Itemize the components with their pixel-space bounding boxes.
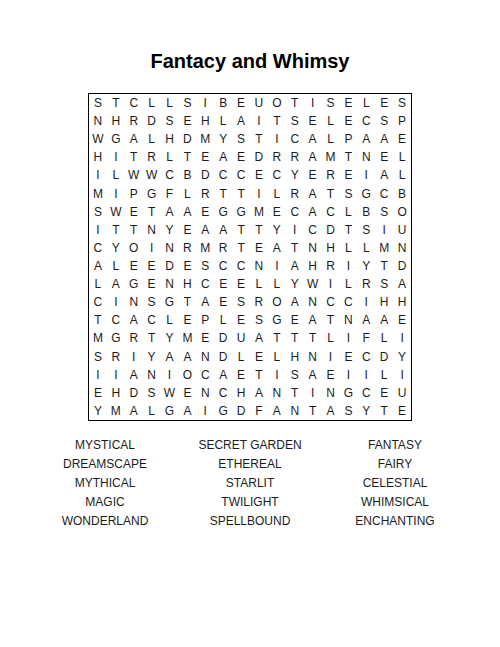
grid-cell-r11c17: S (375, 275, 393, 293)
grid-cell-r6c7: R (196, 185, 214, 203)
grid-cell-r11c8: E (214, 275, 232, 293)
grid-cell-r10c13: H (304, 257, 322, 275)
grid-cell-r10c6: E (178, 257, 196, 275)
grid-cell-r11c13: W (304, 275, 322, 293)
grid-cell-r1c14: S (322, 94, 340, 112)
grid-cell-r11c9: E (232, 275, 250, 293)
grid-cell-r13c5: L (161, 311, 179, 329)
grid-cell-r2c12: S (286, 112, 304, 130)
grid-cell-r7c4: T (143, 203, 161, 221)
grid-cell-r9c2: Y (107, 239, 125, 257)
grid-cell-r6c2: I (107, 185, 125, 203)
grid-cell-r10c8: C (214, 257, 232, 275)
grid-cell-r17c5: W (161, 384, 179, 402)
grid-cell-r18c13: T (304, 402, 322, 420)
grid-cell-r3c11: I (268, 130, 286, 148)
grid-cell-r18c15: S (339, 402, 357, 420)
grid-cell-r6c4: G (143, 185, 161, 203)
grid-cell-r14c6: M (178, 329, 196, 347)
grid-cell-r17c3: D (125, 384, 143, 402)
grid-cell-r10c14: R (322, 257, 340, 275)
grid-cell-r5c2: L (107, 166, 125, 184)
grid-cell-r7c15: L (339, 203, 357, 221)
grid-cell-r14c2: G (107, 329, 125, 347)
grid-cell-r11c18: A (393, 275, 411, 293)
grid-cell-r13c6: E (178, 311, 196, 329)
grid-cell-r1c1: S (89, 94, 107, 112)
grid-cell-r16c8: A (214, 366, 232, 384)
grid-cell-r5c3: W (125, 166, 143, 184)
grid-cell-r6c10: I (250, 185, 268, 203)
grid-cell-r11c15: L (339, 275, 357, 293)
grid-cell-r5c18: L (393, 166, 411, 184)
grid-cell-r4c12: R (286, 148, 304, 166)
grid-cell-r5c4: W (143, 166, 161, 184)
grid-cell-r11c16: R (357, 275, 375, 293)
grid-cell-r4c13: A (304, 148, 322, 166)
grid-cell-r5c6: B (178, 166, 196, 184)
grid-cell-r15c6: A (178, 348, 196, 366)
grid-cell-r12c10: R (250, 293, 268, 311)
grid-cell-r3c7: M (196, 130, 214, 148)
grid-cell-r10c1: A (89, 257, 107, 275)
grid-cell-r17c1: E (89, 384, 107, 402)
grid-cell-r9c18: N (393, 239, 411, 257)
grid-cell-r16c4: N (143, 366, 161, 384)
grid-cell-r10c9: C (232, 257, 250, 275)
grid-cell-r5c7: D (196, 166, 214, 184)
grid-cell-r7c18: O (393, 203, 411, 221)
grid-cell-r18c2: M (107, 402, 125, 420)
grid-cell-r6c12: R (286, 185, 304, 203)
grid-cell-r2c15: E (339, 112, 357, 130)
grid-cell-r13c8: L (214, 311, 232, 329)
grid-cell-r17c12: T (286, 384, 304, 402)
grid-cell-r7c2: W (107, 203, 125, 221)
grid-cell-r4c11: R (268, 148, 286, 166)
grid-cell-r6c1: M (89, 185, 107, 203)
grid-cell-r16c1: I (89, 366, 107, 384)
grid-cell-r13c17: A (375, 311, 393, 329)
grid-cell-r14c1: M (89, 329, 107, 347)
grid-cell-r17c18: U (393, 384, 411, 402)
grid-cell-r8c10: T (250, 221, 268, 239)
grid-cell-r3c4: L (143, 130, 161, 148)
grid-cell-r11c7: C (196, 275, 214, 293)
grid-cell-r10c4: E (143, 257, 161, 275)
grid-cell-r2c8: L (214, 112, 232, 130)
grid-cell-r1c12: T (286, 94, 304, 112)
grid-cell-r18c17: T (375, 402, 393, 420)
grid-cell-r7c6: A (178, 203, 196, 221)
grid-cell-r8c14: D (322, 221, 340, 239)
grid-cell-r2c14: L (322, 112, 340, 130)
grid-cell-r2c11: T (268, 112, 286, 130)
grid-cell-r2c5: S (161, 112, 179, 130)
grid-cell-r1c4: L (143, 94, 161, 112)
grid-cell-r12c11: O (268, 293, 286, 311)
grid-cell-r5c12: Y (286, 166, 304, 184)
grid-cell-r10c7: S (196, 257, 214, 275)
grid-cell-r18c9: D (232, 402, 250, 420)
grid-cell-r3c13: A (304, 130, 322, 148)
grid-cell-r14c17: L (375, 329, 393, 347)
grid-cell-r3c8: Y (214, 130, 232, 148)
grid-cell-r3c12: C (286, 130, 304, 148)
grid-cell-r3c3: A (125, 130, 143, 148)
grid-cell-r14c11: T (268, 329, 286, 347)
grid-cell-r12c12: A (286, 293, 304, 311)
grid-cell-r17c8: C (214, 384, 232, 402)
word-list-item: SPELLBOUND (170, 512, 330, 531)
grid-cell-r13c4: C (143, 311, 161, 329)
grid-cell-r3c1: W (89, 130, 107, 148)
grid-cell-r4c8: A (214, 148, 232, 166)
grid-cell-r13c2: C (107, 311, 125, 329)
grid-cell-r15c9: L (232, 348, 250, 366)
grid-cell-r6c5: F (161, 185, 179, 203)
word-list-item: ETHEREAL (170, 455, 330, 474)
grid-cell-r13c16: A (357, 311, 375, 329)
grid-cell-r9c9: T (232, 239, 250, 257)
grid-cell-r3c15: P (339, 130, 357, 148)
grid-cell-r3c6: D (178, 130, 196, 148)
grid-cell-r4c10: D (250, 148, 268, 166)
grid-cell-r18c3: A (125, 402, 143, 420)
grid-cell-r10c16: Y (357, 257, 375, 275)
grid-cell-r16c5: I (161, 366, 179, 384)
grid-cell-r12c14: C (322, 293, 340, 311)
grid-cell-r8c2: T (107, 221, 125, 239)
grid-cell-r5c15: E (339, 166, 357, 184)
grid-cell-r8c1: I (89, 221, 107, 239)
grid-cell-r5c11: C (268, 166, 286, 184)
grid-cell-r18c11: A (268, 402, 286, 420)
grid-cell-r4c18: L (393, 148, 411, 166)
grid-cell-r17c4: S (143, 384, 161, 402)
grid-cell-r11c1: L (89, 275, 107, 293)
grid-cell-r17c17: E (375, 384, 393, 402)
grid-cell-r12c13: N (304, 293, 322, 311)
grid-cell-r5c13: E (304, 166, 322, 184)
grid-cell-r3c2: G (107, 130, 125, 148)
grid-cell-r17c10: A (250, 384, 268, 402)
grid-cell-r6c15: S (339, 185, 357, 203)
grid-cell-r11c10: L (250, 275, 268, 293)
word-list-item: SECRET GARDEN (170, 436, 330, 455)
grid-cell-r6c6: L (178, 185, 196, 203)
grid-cell-r14c15: I (339, 329, 357, 347)
grid-cell-r5c5: C (161, 166, 179, 184)
grid-cell-r6c11: L (268, 185, 286, 203)
grid-cell-r1c9: E (232, 94, 250, 112)
grid-cell-r14c14: L (322, 329, 340, 347)
grid-cell-r13c13: A (304, 311, 322, 329)
puzzle-title: Fantacy and Whimsy (0, 50, 500, 73)
grid-cell-r13c9: E (232, 311, 250, 329)
grid-cell-r8c4: N (143, 221, 161, 239)
grid-cell-r17c14: N (322, 384, 340, 402)
grid-cell-r7c8: G (214, 203, 232, 221)
grid-cell-r8c3: T (125, 221, 143, 239)
grid-cell-r10c17: T (375, 257, 393, 275)
grid-cell-r18c18: E (393, 402, 411, 420)
grid-cell-r18c6: A (178, 402, 196, 420)
grid-cell-r14c3: R (125, 329, 143, 347)
grid-cell-r1c17: E (375, 94, 393, 112)
grid-cell-r12c16: I (357, 293, 375, 311)
grid-cell-r4c4: R (143, 148, 161, 166)
grid-cell-r16c3: A (125, 366, 143, 384)
grid-cell-r3c5: H (161, 130, 179, 148)
grid-cell-r6c16: G (357, 185, 375, 203)
grid-cell-r2c10: I (250, 112, 268, 130)
grid-cell-r16c9: E (232, 366, 250, 384)
grid-cell-r13c11: G (268, 311, 286, 329)
grid-cell-r7c14: C (322, 203, 340, 221)
grid-cell-r3c10: T (250, 130, 268, 148)
grid-cell-r15c2: R (107, 348, 125, 366)
grid-cell-r7c10: M (250, 203, 268, 221)
grid-cell-r11c2: A (107, 275, 125, 293)
grid-cell-r12c1: C (89, 293, 107, 311)
grid-cell-r6c18: B (393, 185, 411, 203)
grid-cell-r13c10: S (250, 311, 268, 329)
letter-grid: STCLLSIBEUOTISELESNHRDSEHLAITSELECSPWGAL… (88, 93, 412, 421)
grid-cell-r8c18: U (393, 221, 411, 239)
grid-cell-r10c10: N (250, 257, 268, 275)
grid-cell-r1c15: E (339, 94, 357, 112)
grid-cell-r14c5: Y (161, 329, 179, 347)
grid-cell-r15c5: A (161, 348, 179, 366)
word-list-item: MAGIC (25, 493, 185, 512)
grid-cell-r9c17: M (375, 239, 393, 257)
grid-cell-r15c3: I (125, 348, 143, 366)
grid-cell-r12c6: T (178, 293, 196, 311)
grid-cell-r5c1: I (89, 166, 107, 184)
word-list-item: CELESTIAL (315, 474, 475, 493)
grid-cell-r16c15: I (339, 366, 357, 384)
grid-cell-r1c8: B (214, 94, 232, 112)
grid-cell-r12c5: G (161, 293, 179, 311)
grid-cell-r17c15: G (339, 384, 357, 402)
grid-cell-r1c7: I (196, 94, 214, 112)
grid-cell-r2c17: S (375, 112, 393, 130)
grid-cell-r5c9: C (232, 166, 250, 184)
grid-cell-r16c11: I (268, 366, 286, 384)
grid-cell-r18c8: G (214, 402, 232, 420)
word-list-item: STARLIT (170, 474, 330, 493)
grid-cell-r18c12: N (286, 402, 304, 420)
grid-cell-r1c16: L (357, 94, 375, 112)
grid-cell-r10c12: A (286, 257, 304, 275)
grid-cell-r18c1: Y (89, 402, 107, 420)
grid-cell-r1c11: O (268, 94, 286, 112)
grid-cell-r8c7: A (196, 221, 214, 239)
grid-cell-r12c7: A (196, 293, 214, 311)
grid-cell-r12c3: N (125, 293, 143, 311)
grid-cell-r3c18: E (393, 130, 411, 148)
grid-cell-r15c7: N (196, 348, 214, 366)
grid-cell-r6c9: T (232, 185, 250, 203)
grid-cell-r8c8: A (214, 221, 232, 239)
grid-cell-r8c9: T (232, 221, 250, 239)
grid-cell-r14c4: T (143, 329, 161, 347)
grid-cell-r2c1: N (89, 112, 107, 130)
grid-cell-r15c11: L (268, 348, 286, 366)
grid-cell-r11c11: L (268, 275, 286, 293)
grid-cell-r1c6: S (178, 94, 196, 112)
grid-cell-r11c4: E (143, 275, 161, 293)
grid-cell-r7c7: E (196, 203, 214, 221)
grid-cell-r7c1: S (89, 203, 107, 221)
grid-cell-r3c14: L (322, 130, 340, 148)
grid-cell-r5c10: E (250, 166, 268, 184)
word-list-item: ENCHANTING (315, 512, 475, 531)
grid-cell-r8c6: E (178, 221, 196, 239)
grid-cell-r15c1: S (89, 348, 107, 366)
grid-cell-r6c3: P (125, 185, 143, 203)
grid-cell-r18c5: G (161, 402, 179, 420)
grid-cell-r8c16: S (357, 221, 375, 239)
grid-cell-r11c12: Y (286, 275, 304, 293)
grid-cell-r4c7: E (196, 148, 214, 166)
grid-cell-r16c2: I (107, 366, 125, 384)
grid-cell-r5c14: R (322, 166, 340, 184)
grid-cell-r15c13: N (304, 348, 322, 366)
grid-cell-r14c10: A (250, 329, 268, 347)
grid-cell-r5c8: C (214, 166, 232, 184)
grid-cell-r18c4: L (143, 402, 161, 420)
grid-cell-r15c10: E (250, 348, 268, 366)
grid-cell-r2c7: H (196, 112, 214, 130)
grid-cell-r17c2: H (107, 384, 125, 402)
grid-cell-r10c11: I (268, 257, 286, 275)
grid-cell-r9c8: R (214, 239, 232, 257)
grid-cell-r6c17: C (375, 185, 393, 203)
word-column-1: MYSTICALDREAMSCAPEMYTHICALMAGICWONDERLAN… (25, 436, 185, 531)
grid-cell-r16c10: T (250, 366, 268, 384)
grid-cell-r4c1: H (89, 148, 107, 166)
grid-cell-r3c16: A (357, 130, 375, 148)
grid-cell-r9c14: H (322, 239, 340, 257)
grid-cell-r8c17: I (375, 221, 393, 239)
grid-cell-r9c15: L (339, 239, 357, 257)
grid-cell-r16c7: C (196, 366, 214, 384)
grid-cell-r17c16: C (357, 384, 375, 402)
grid-cell-r14c8: D (214, 329, 232, 347)
grid-cell-r4c6: T (178, 148, 196, 166)
grid-cell-r7c17: S (375, 203, 393, 221)
grid-cell-r1c10: U (250, 94, 268, 112)
grid-cell-r15c17: D (375, 348, 393, 366)
grid-cell-r15c8: D (214, 348, 232, 366)
word-list-item: WONDERLAND (25, 512, 185, 531)
grid-cell-r7c13: A (304, 203, 322, 221)
grid-cell-r11c14: I (322, 275, 340, 293)
grid-cell-r13c12: E (286, 311, 304, 329)
grid-cell-r9c16: L (357, 239, 375, 257)
grid-cell-r4c9: E (232, 148, 250, 166)
grid-cell-r4c5: L (161, 148, 179, 166)
grid-cell-r8c12: I (286, 221, 304, 239)
grid-cell-r5c16: I (357, 166, 375, 184)
grid-cell-r1c2: T (107, 94, 125, 112)
grid-cell-r1c3: C (125, 94, 143, 112)
grid-cell-r10c5: D (161, 257, 179, 275)
grid-cell-r15c18: Y (393, 348, 411, 366)
word-list-item: TWILIGHT (170, 493, 330, 512)
grid-cell-r8c5: Y (161, 221, 179, 239)
grid-cell-r6c8: T (214, 185, 232, 203)
grid-cell-r4c16: N (357, 148, 375, 166)
grid-cell-r15c14: I (322, 348, 340, 366)
grid-cell-r9c5: N (161, 239, 179, 257)
grid-cell-r9c11: A (268, 239, 286, 257)
grid-cell-r14c9: U (232, 329, 250, 347)
grid-cell-r12c8: E (214, 293, 232, 311)
grid-cell-r15c16: C (357, 348, 375, 366)
word-column-2: SECRET GARDENETHEREALSTARLITTWILIGHTSPEL… (170, 436, 330, 531)
grid-cell-r12c15: C (339, 293, 357, 311)
grid-cell-r12c4: S (143, 293, 161, 311)
grid-cell-r13c7: P (196, 311, 214, 329)
grid-cell-r3c17: A (375, 130, 393, 148)
grid-cell-r14c12: T (286, 329, 304, 347)
grid-cell-r2c2: H (107, 112, 125, 130)
grid-cell-r18c10: F (250, 402, 268, 420)
word-search-page: Fantacy and Whimsy STCLLSIBEUOTISELESNHR… (0, 0, 500, 647)
grid-cell-r6c14: T (322, 185, 340, 203)
grid-cell-r16c6: O (178, 366, 196, 384)
grid-cell-r12c17: H (375, 293, 393, 311)
grid-cell-r3c9: S (232, 130, 250, 148)
grid-cell-r10c15: I (339, 257, 357, 275)
word-list-item: FAIRY (315, 455, 475, 474)
grid-cell-r12c18: H (393, 293, 411, 311)
grid-cell-r16c16: I (357, 366, 375, 384)
word-list-item: MYTHICAL (25, 474, 185, 493)
grid-cell-r1c5: L (161, 94, 179, 112)
grid-cell-r8c13: C (304, 221, 322, 239)
word-list-item: WHIMSICAL (315, 493, 475, 512)
grid-cell-r8c15: T (339, 221, 357, 239)
grid-cell-r16c12: S (286, 366, 304, 384)
grid-cell-r15c15: E (339, 348, 357, 366)
grid-cell-r18c7: I (196, 402, 214, 420)
grid-cell-r5c17: A (375, 166, 393, 184)
grid-cell-r13c18: E (393, 311, 411, 329)
grid-cell-r9c4: I (143, 239, 161, 257)
grid-cell-r2c13: E (304, 112, 322, 130)
grid-cell-r13c1: T (89, 311, 107, 329)
grid-cell-r7c12: C (286, 203, 304, 221)
grid-cell-r8c11: Y (268, 221, 286, 239)
grid-cell-r2c16: C (357, 112, 375, 130)
grid-cell-r13c15: N (339, 311, 357, 329)
grid-cell-r9c7: M (196, 239, 214, 257)
grid-cell-r9c13: N (304, 239, 322, 257)
grid-cell-r6c13: A (304, 185, 322, 203)
grid-cell-r17c7: N (196, 384, 214, 402)
grid-cell-r7c5: A (161, 203, 179, 221)
grid-cell-r4c15: T (339, 148, 357, 166)
grid-cell-r2c6: E (178, 112, 196, 130)
grid-cell-r15c4: Y (143, 348, 161, 366)
grid-cell-r10c3: E (125, 257, 143, 275)
grid-cell-r2c4: D (143, 112, 161, 130)
grid-cell-r4c3: T (125, 148, 143, 166)
